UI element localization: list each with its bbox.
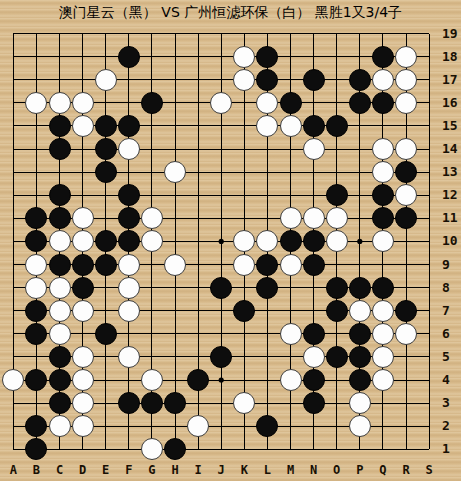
white-stone-D10[interactable]: ○: [72, 230, 94, 252]
black-stone-R7[interactable]: ●: [395, 300, 417, 322]
black-stone-N4[interactable]: ●: [303, 369, 325, 391]
white-stone-D15[interactable]: ○: [72, 115, 94, 137]
black-stone-E9[interactable]: ●: [95, 254, 117, 276]
black-stone-G3[interactable]: ●: [141, 392, 163, 414]
black-stone-O5[interactable]: ●: [326, 346, 348, 368]
white-stone-Q13[interactable]: ○: [372, 161, 394, 183]
black-stone-Q8[interactable]: ●: [372, 277, 394, 299]
black-stone-D8[interactable]: ●: [72, 277, 94, 299]
col-label-K: K: [234, 463, 254, 477]
white-stone-R17[interactable]: ○: [395, 69, 417, 91]
white-stone-F14[interactable]: ○: [118, 138, 140, 160]
white-stone-C10[interactable]: ○: [49, 230, 71, 252]
black-stone-P8[interactable]: ●: [349, 277, 371, 299]
col-label-N: N: [304, 463, 324, 477]
row-label-16: 16: [442, 95, 461, 110]
white-stone-D16[interactable]: ○: [72, 92, 94, 114]
row-label-2: 2: [442, 418, 461, 433]
black-stone-C14[interactable]: ●: [49, 138, 71, 160]
white-stone-R18[interactable]: ○: [395, 46, 417, 68]
white-stone-O10[interactable]: ○: [326, 230, 348, 252]
white-stone-F9[interactable]: ○: [118, 254, 140, 276]
black-stone-J5[interactable]: ●: [210, 346, 232, 368]
black-stone-K7[interactable]: ●: [233, 300, 255, 322]
black-stone-D9[interactable]: ●: [72, 254, 94, 276]
black-stone-C12[interactable]: ●: [49, 184, 71, 206]
white-stone-R6[interactable]: ○: [395, 323, 417, 345]
white-stone-P3[interactable]: ○: [349, 392, 371, 414]
black-stone-E13[interactable]: ●: [95, 161, 117, 183]
white-stone-D7[interactable]: ○: [72, 300, 94, 322]
white-stone-D4[interactable]: ○: [72, 369, 94, 391]
black-stone-I4[interactable]: ●: [187, 369, 209, 391]
black-stone-L8[interactable]: ●: [256, 277, 278, 299]
white-stone-K9[interactable]: ○: [233, 254, 255, 276]
white-stone-F5[interactable]: ○: [118, 346, 140, 368]
white-stone-M11[interactable]: ○: [280, 207, 302, 229]
white-stone-N11[interactable]: ○: [303, 207, 325, 229]
row-label-13: 13: [442, 164, 461, 179]
white-stone-M4[interactable]: ○: [280, 369, 302, 391]
row-label-9: 9: [442, 257, 461, 272]
row-label-18: 18: [442, 49, 461, 64]
black-stone-L9[interactable]: ●: [256, 254, 278, 276]
black-stone-O8[interactable]: ●: [326, 277, 348, 299]
black-stone-Q12[interactable]: ●: [372, 184, 394, 206]
white-stone-G4[interactable]: ○: [141, 369, 163, 391]
white-stone-O11[interactable]: ○: [326, 207, 348, 229]
row-label-10: 10: [442, 233, 461, 248]
black-stone-E14[interactable]: ●: [95, 138, 117, 160]
go-board-screen: 澳门星云（黑） VS 广州恒滤环保（白） 黑胜1又3/4子 ●○●●○○○●●●…: [0, 0, 461, 481]
row-label-3: 3: [442, 395, 461, 410]
white-stone-K17[interactable]: ○: [233, 69, 255, 91]
black-stone-M16[interactable]: ●: [280, 92, 302, 114]
white-stone-D11[interactable]: ○: [72, 207, 94, 229]
white-stone-N5[interactable]: ○: [303, 346, 325, 368]
white-stone-C2[interactable]: ○: [49, 415, 71, 437]
black-stone-H3[interactable]: ●: [164, 392, 186, 414]
row-label-12: 12: [442, 187, 461, 202]
black-stone-N10[interactable]: ●: [303, 230, 325, 252]
row-label-19: 19: [442, 26, 461, 41]
white-stone-P2[interactable]: ○: [349, 415, 371, 437]
col-label-P: P: [350, 463, 370, 477]
black-stone-F3[interactable]: ●: [118, 392, 140, 414]
black-stone-G16[interactable]: ●: [141, 92, 163, 114]
white-stone-H9[interactable]: ○: [164, 254, 186, 276]
white-stone-J16[interactable]: ○: [210, 92, 232, 114]
row-label-11: 11: [442, 210, 461, 225]
white-stone-E17[interactable]: ○: [95, 69, 117, 91]
black-stone-L18[interactable]: ●: [256, 46, 278, 68]
black-stone-P16[interactable]: ●: [349, 92, 371, 114]
white-stone-Q7[interactable]: ○: [372, 300, 394, 322]
white-stone-P7[interactable]: ○: [349, 300, 371, 322]
black-stone-O15[interactable]: ●: [326, 115, 348, 137]
black-stone-N15[interactable]: ●: [303, 115, 325, 137]
white-stone-Q4[interactable]: ○: [372, 369, 394, 391]
white-stone-Q14[interactable]: ○: [372, 138, 394, 160]
black-stone-P4[interactable]: ●: [349, 369, 371, 391]
black-stone-N9[interactable]: ●: [303, 254, 325, 276]
black-stone-M10[interactable]: ●: [280, 230, 302, 252]
col-label-E: E: [96, 463, 116, 477]
col-label-G: G: [142, 463, 162, 477]
col-label-R: R: [396, 463, 416, 477]
row-label-4: 4: [442, 372, 461, 387]
col-label-S: S: [419, 463, 439, 477]
black-stone-R13[interactable]: ●: [395, 161, 417, 183]
white-stone-B9[interactable]: ○: [25, 254, 47, 276]
row-label-14: 14: [442, 141, 461, 156]
col-label-Q: Q: [373, 463, 393, 477]
row-label-6: 6: [442, 326, 461, 341]
black-stone-P6[interactable]: ●: [349, 323, 371, 345]
col-label-F: F: [119, 463, 139, 477]
col-label-D: D: [73, 463, 93, 477]
col-label-H: H: [165, 463, 185, 477]
black-stone-N3[interactable]: ●: [303, 392, 325, 414]
col-label-A: A: [3, 463, 23, 477]
white-stone-M9[interactable]: ○: [280, 254, 302, 276]
black-stone-C11[interactable]: ●: [49, 207, 71, 229]
white-stone-N14[interactable]: ○: [303, 138, 325, 160]
white-stone-F8[interactable]: ○: [118, 277, 140, 299]
black-stone-F15[interactable]: ●: [118, 115, 140, 137]
white-stone-F7[interactable]: ○: [118, 300, 140, 322]
col-label-C: C: [50, 463, 70, 477]
row-label-7: 7: [442, 303, 461, 318]
white-stone-H13[interactable]: ○: [164, 161, 186, 183]
white-stone-Q17[interactable]: ○: [372, 69, 394, 91]
black-stone-J8[interactable]: ●: [210, 277, 232, 299]
black-stone-C4[interactable]: ●: [49, 369, 71, 391]
black-stone-C3[interactable]: ●: [49, 392, 71, 414]
col-label-O: O: [327, 463, 347, 477]
row-label-8: 8: [442, 280, 461, 295]
white-stone-Q5[interactable]: ○: [372, 346, 394, 368]
black-stone-F18[interactable]: ●: [118, 46, 140, 68]
black-stone-O12[interactable]: ●: [326, 184, 348, 206]
row-label-15: 15: [442, 118, 461, 133]
white-stone-D2[interactable]: ○: [72, 415, 94, 437]
black-stone-F12[interactable]: ●: [118, 184, 140, 206]
black-stone-O7[interactable]: ●: [326, 300, 348, 322]
black-stone-E6[interactable]: ●: [95, 323, 117, 345]
black-stone-E15[interactable]: ●: [95, 115, 117, 137]
white-stone-C8[interactable]: ○: [49, 277, 71, 299]
white-stone-D5[interactable]: ○: [72, 346, 94, 368]
black-stone-C5[interactable]: ●: [49, 346, 71, 368]
col-label-I: I: [188, 463, 208, 477]
black-stone-L17[interactable]: ●: [256, 69, 278, 91]
black-stone-P17[interactable]: ●: [349, 69, 371, 91]
white-stone-D3[interactable]: ○: [72, 392, 94, 414]
black-stone-C15[interactable]: ●: [49, 115, 71, 137]
col-label-M: M: [281, 463, 301, 477]
col-label-L: L: [257, 463, 277, 477]
white-stone-R14[interactable]: ○: [395, 138, 417, 160]
col-label-J: J: [211, 463, 231, 477]
black-stone-C9[interactable]: ●: [49, 254, 71, 276]
black-stone-B7[interactable]: ●: [25, 300, 47, 322]
black-stone-N6[interactable]: ●: [303, 323, 325, 345]
black-stone-Q18[interactable]: ●: [372, 46, 394, 68]
row-label-1: 1: [442, 441, 461, 456]
white-stone-M6[interactable]: ○: [280, 323, 302, 345]
black-stone-E10[interactable]: ●: [95, 230, 117, 252]
white-stone-Q6[interactable]: ○: [372, 323, 394, 345]
col-label-B: B: [26, 463, 46, 477]
row-label-17: 17: [442, 72, 461, 87]
white-stone-C16[interactable]: ○: [49, 92, 71, 114]
white-stone-K18[interactable]: ○: [233, 46, 255, 68]
row-label-5: 5: [442, 349, 461, 364]
white-stone-B8[interactable]: ○: [25, 277, 47, 299]
black-stone-P5[interactable]: ●: [349, 346, 371, 368]
black-stone-Q16[interactable]: ●: [372, 92, 394, 114]
white-stone-R16[interactable]: ○: [395, 92, 417, 114]
black-stone-F11[interactable]: ●: [118, 207, 140, 229]
white-stone-C6[interactable]: ○: [49, 323, 71, 345]
black-stone-N17[interactable]: ●: [303, 69, 325, 91]
white-stone-C7[interactable]: ○: [49, 300, 71, 322]
white-stone-M15[interactable]: ○: [280, 115, 302, 137]
